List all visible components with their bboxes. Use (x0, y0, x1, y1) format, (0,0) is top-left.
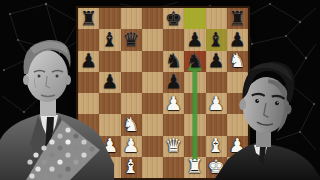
square-d2 (142, 136, 163, 157)
square-d1 (142, 157, 163, 178)
square-f7 (184, 29, 205, 50)
square-a8 (78, 8, 99, 29)
square-f3 (184, 114, 205, 135)
square-d6 (142, 51, 163, 72)
square-e5 (163, 72, 184, 93)
thumbnail-stage: ♜♚♜♝♛♟♝♟♟♞♞♟♞♟♟♟♟♞♟♟♛♝♟♝♜♚ (0, 0, 320, 180)
square-c3 (121, 114, 142, 135)
square-c6 (121, 51, 142, 72)
square-f2 (184, 136, 205, 157)
square-f5 (184, 72, 205, 93)
square-c2 (121, 136, 142, 157)
left-player-photo (0, 28, 118, 180)
square-d4 (142, 93, 163, 114)
highlight-f6 (184, 51, 205, 72)
square-f8 (184, 8, 205, 29)
square-c8 (121, 8, 142, 29)
highlight-f8 (184, 8, 205, 29)
square-e3 (163, 114, 184, 135)
square-c7 (121, 29, 142, 50)
square-f4 (184, 93, 205, 114)
square-d7 (142, 29, 163, 50)
square-e1 (163, 157, 184, 178)
square-e2 (163, 136, 184, 157)
square-h7 (227, 29, 248, 50)
square-g8 (206, 8, 227, 29)
square-d8 (142, 8, 163, 29)
square-g7 (206, 29, 227, 50)
highlight-g7 (206, 29, 227, 50)
square-e4 (163, 93, 184, 114)
square-f6 (184, 51, 205, 72)
square-e6 (163, 51, 184, 72)
square-d5 (142, 72, 163, 93)
right-player-photo (214, 53, 320, 180)
square-e8 (163, 8, 184, 29)
square-h8 (227, 8, 248, 29)
square-f1 (184, 157, 205, 178)
square-c1 (121, 157, 142, 178)
square-c4 (121, 93, 142, 114)
square-b8 (99, 8, 120, 29)
square-d3 (142, 114, 163, 135)
square-e7 (163, 29, 184, 50)
square-c5 (121, 72, 142, 93)
